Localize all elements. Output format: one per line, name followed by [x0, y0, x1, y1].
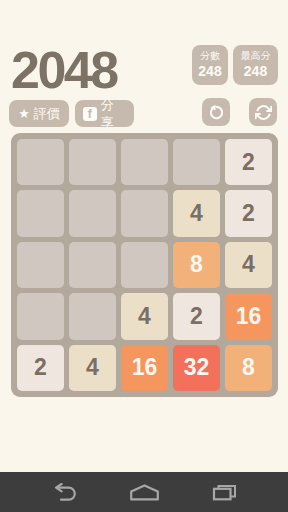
empty-cell: [121, 242, 168, 288]
back-icon: [52, 483, 79, 501]
android-navbar: [0, 472, 288, 512]
tile-4: 4: [69, 345, 116, 391]
home-icon: [129, 484, 160, 501]
undo-icon: [208, 104, 225, 121]
nav-recents-button[interactable]: [204, 472, 244, 512]
empty-cell: [17, 139, 64, 185]
tile-8: 8: [225, 345, 272, 391]
best-score-value: 248: [244, 63, 267, 81]
tile-4: 4: [121, 293, 168, 339]
nav-home-button[interactable]: [124, 472, 164, 512]
empty-cell: [17, 242, 64, 288]
tile-32: 32: [173, 345, 220, 391]
facebook-icon: f: [83, 107, 97, 121]
tile-2: 2: [225, 190, 272, 236]
empty-cell: [17, 293, 64, 339]
tile-16: 16: [121, 345, 168, 391]
screen: 2048 分數 248 最高分 248 ★ 評價 f 分享: [0, 0, 288, 512]
game-board[interactable]: 2428442162416328: [11, 133, 278, 397]
restart-button[interactable]: [249, 98, 277, 126]
nav-back-button[interactable]: [45, 472, 85, 512]
tile-2: 2: [17, 345, 64, 391]
tile-4: 4: [225, 242, 272, 288]
tile-4: 4: [173, 190, 220, 236]
best-score-box: 最高分 248: [233, 45, 278, 85]
empty-cell: [69, 242, 116, 288]
empty-cell: [69, 139, 116, 185]
rate-button[interactable]: ★ 評價: [9, 100, 69, 127]
recents-icon: [212, 484, 237, 501]
rate-button-label: 評價: [34, 105, 60, 123]
page-title: 2048: [11, 44, 117, 96]
share-button[interactable]: f 分享: [75, 100, 134, 127]
board-grid: 2428442162416328: [17, 139, 272, 391]
tile-2: 2: [225, 139, 272, 185]
score-value: 248: [198, 63, 221, 81]
undo-button[interactable]: [202, 98, 230, 126]
empty-cell: [69, 190, 116, 236]
tile-8: 8: [173, 242, 220, 288]
score-box: 分數 248: [192, 45, 228, 85]
tile-2: 2: [173, 293, 220, 339]
share-button-label: 分享: [101, 96, 126, 132]
empty-cell: [121, 139, 168, 185]
empty-cell: [17, 190, 64, 236]
refresh-icon: [255, 104, 272, 121]
star-icon: ★: [18, 107, 30, 120]
empty-cell: [173, 139, 220, 185]
empty-cell: [69, 293, 116, 339]
empty-cell: [121, 190, 168, 236]
score-label: 分數: [200, 50, 220, 63]
best-score-label: 最高分: [241, 50, 271, 63]
tile-16: 16: [225, 293, 272, 339]
